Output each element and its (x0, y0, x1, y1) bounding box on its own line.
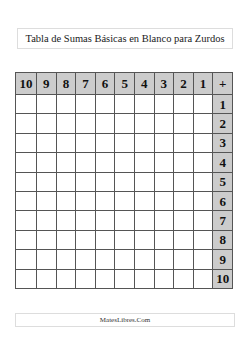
sum-cell-r5-c10 (16, 173, 37, 192)
sum-cell-r5-c3 (155, 173, 175, 192)
sum-cell-r1-c1 (194, 95, 214, 114)
row-header-2: 2 (213, 114, 233, 133)
row-header-6: 6 (213, 192, 233, 211)
sum-cell-r10-c3 (155, 270, 175, 289)
sum-cell-r4-c1 (194, 153, 214, 172)
sum-cell-r8-c7 (76, 231, 96, 250)
sum-cell-r3-c4 (135, 134, 155, 153)
sum-cell-r1-c4 (135, 95, 155, 114)
sum-cell-r8-c2 (174, 231, 194, 250)
sum-cell-r1-c3 (155, 95, 175, 114)
sum-cell-r4-c8 (57, 153, 77, 172)
sum-cell-r1-c5 (115, 95, 135, 114)
sum-cell-r10-c2 (174, 270, 194, 289)
sum-cell-r4-c2 (174, 153, 194, 172)
sum-cell-r3-c9 (37, 134, 57, 153)
sum-cell-r9-c9 (37, 250, 57, 269)
sum-cell-r2-c10 (16, 114, 37, 133)
sum-cell-r6-c9 (37, 192, 57, 211)
sum-cell-r3-c5 (115, 134, 135, 153)
row-header-4: 4 (213, 153, 233, 172)
sum-cell-r8-c5 (115, 231, 135, 250)
footer-box: MatesLibres.Com (15, 313, 235, 327)
sum-cell-r2-c3 (155, 114, 175, 133)
footer-credit: MatesLibres.Com (100, 316, 150, 324)
sum-cell-r6-c1 (194, 192, 214, 211)
row-header-7: 7 (213, 211, 233, 230)
col-header-10: 10 (16, 73, 37, 95)
sum-cell-r9-c1 (194, 250, 214, 269)
sum-cell-r3-c7 (76, 134, 96, 153)
sum-cell-r7-c10 (16, 211, 37, 230)
col-header-8: 8 (57, 73, 77, 95)
sum-cell-r8-c4 (135, 231, 155, 250)
sum-cell-r4-c10 (16, 153, 37, 172)
row-header-8: 8 (213, 231, 233, 250)
sum-cell-r6-c2 (174, 192, 194, 211)
col-header-2: 2 (174, 73, 194, 95)
sum-cell-r2-c6 (96, 114, 116, 133)
sum-cell-r4-c3 (155, 153, 175, 172)
sum-cell-r10-c9 (37, 270, 57, 289)
sum-cell-r5-c4 (135, 173, 155, 192)
sum-cell-r6-c5 (115, 192, 135, 211)
sum-cell-r1-c9 (37, 95, 57, 114)
row-header-5: 5 (213, 173, 233, 192)
sum-cell-r9-c10 (16, 250, 37, 269)
col-header-3: 3 (155, 73, 175, 95)
sum-cell-r5-c7 (76, 173, 96, 192)
sum-cell-r2-c8 (57, 114, 77, 133)
sum-cell-r1-c2 (174, 95, 194, 114)
sum-cell-r7-c1 (194, 211, 214, 230)
sum-cell-r5-c6 (96, 173, 116, 192)
sum-cell-r7-c8 (57, 211, 77, 230)
sum-cell-r3-c1 (194, 134, 214, 153)
sum-cell-r7-c4 (135, 211, 155, 230)
sum-cell-r3-c2 (174, 134, 194, 153)
sum-cell-r7-c6 (96, 211, 116, 230)
row-header-3: 3 (213, 134, 233, 153)
sum-cell-r4-c5 (115, 153, 135, 172)
sum-cell-r10-c5 (115, 270, 135, 289)
sum-cell-r8-c3 (155, 231, 175, 250)
sum-cell-r3-c6 (96, 134, 116, 153)
col-header-5: 5 (115, 73, 135, 95)
sum-cell-r9-c8 (57, 250, 77, 269)
sum-cell-r9-c3 (155, 250, 175, 269)
sum-cell-r8-c8 (57, 231, 77, 250)
sum-cell-r8-c10 (16, 231, 37, 250)
col-header-9: 9 (37, 73, 57, 95)
sum-cell-r3-c10 (16, 134, 37, 153)
sum-cell-r8-c1 (194, 231, 214, 250)
sum-cell-r2-c5 (115, 114, 135, 133)
sum-cell-r5-c2 (174, 173, 194, 192)
sum-cell-r5-c1 (194, 173, 214, 192)
page-title: Tabla de Sumas Básicas en Blanco para Zu… (26, 33, 225, 44)
sum-cell-r6-c8 (57, 192, 77, 211)
sum-cell-r10-c1 (194, 270, 214, 289)
sum-cell-r6-c4 (135, 192, 155, 211)
sum-cell-r1-c8 (57, 95, 77, 114)
row-header-1: 1 (213, 95, 233, 114)
sum-cell-r4-c7 (76, 153, 96, 172)
sum-cell-r6-c7 (76, 192, 96, 211)
sum-cell-r7-c3 (155, 211, 175, 230)
sum-cell-r1-c6 (96, 95, 116, 114)
sum-cell-r3-c8 (57, 134, 77, 153)
sum-cell-r10-c8 (57, 270, 77, 289)
sum-cell-r5-c8 (57, 173, 77, 192)
sum-cell-r2-c2 (174, 114, 194, 133)
sum-cell-r6-c10 (16, 192, 37, 211)
col-header-4: 4 (135, 73, 155, 95)
sum-cell-r7-c2 (174, 211, 194, 230)
sum-cell-r2-c1 (194, 114, 214, 133)
row-header-10: 10 (213, 270, 233, 289)
sum-cell-r5-c5 (115, 173, 135, 192)
sum-cell-r6-c6 (96, 192, 116, 211)
sum-cell-r9-c2 (174, 250, 194, 269)
sum-cell-r7-c5 (115, 211, 135, 230)
sum-cell-r4-c4 (135, 153, 155, 172)
sum-cell-r3-c3 (155, 134, 175, 153)
sum-cell-r8-c6 (96, 231, 116, 250)
sum-cell-r9-c5 (115, 250, 135, 269)
sum-cell-r7-c9 (37, 211, 57, 230)
sum-cell-r1-c7 (76, 95, 96, 114)
sum-cell-r10-c6 (96, 270, 116, 289)
sum-cell-r1-c10 (16, 95, 37, 114)
col-header-1: 1 (194, 73, 214, 95)
row-header-9: 9 (213, 250, 233, 269)
col-header-7: 7 (76, 73, 96, 95)
sum-cell-r10-c4 (135, 270, 155, 289)
sum-cell-r10-c10 (16, 270, 37, 289)
sum-cell-r2-c7 (76, 114, 96, 133)
worksheet-page: Tabla de Sumas Básicas en Blanco para Zu… (0, 0, 250, 354)
sum-cell-r10-c7 (76, 270, 96, 289)
sum-cell-r6-c3 (155, 192, 175, 211)
col-header-6: 6 (96, 73, 116, 95)
sum-cell-r7-c7 (76, 211, 96, 230)
sum-cell-r8-c9 (37, 231, 57, 250)
addition-table-grid: 10987654321+12345678910 (15, 72, 233, 289)
sum-cell-r2-c4 (135, 114, 155, 133)
sum-cell-r9-c7 (76, 250, 96, 269)
sum-cell-r9-c4 (135, 250, 155, 269)
sum-cell-r9-c6 (96, 250, 116, 269)
title-box: Tabla de Sumas Básicas en Blanco para Zu… (17, 28, 233, 49)
sum-cell-r4-c6 (96, 153, 116, 172)
sum-cell-r2-c9 (37, 114, 57, 133)
sum-cell-r4-c9 (37, 153, 57, 172)
sum-cell-r5-c9 (37, 173, 57, 192)
operator-cell: + (213, 73, 233, 95)
